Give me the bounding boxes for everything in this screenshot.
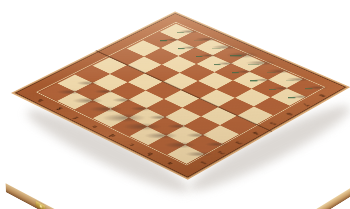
board-top-face: abcdefgh12345678♜♞♝♛♚♝♞♜♟♟♟♟♟♟♟♟♟♟♟♟♟♟♟♟…: [11, 11, 350, 179]
brass-hinge: [36, 201, 46, 209]
finial-dark-red: [246, 17, 250, 22]
chess-set-photo: abcdefgh12345678♜♞♝♛♚♝♞♜♟♟♟♟♟♟♟♟♟♟♟♟♟♟♟♟…: [0, 0, 350, 209]
finial-dark-red: [228, 5, 232, 10]
finial-natural: [108, 51, 113, 57]
hinge-pin: [39, 204, 41, 208]
dark-rook-glyph: ♜: [166, 111, 206, 156]
scene: abcdefgh12345678♜♞♝♛♚♝♞♜♟♟♟♟♟♟♟♟♟♟♟♟♟♟♟♟…: [0, 0, 350, 209]
light-pawn-glyph: ♟: [275, 67, 302, 97]
board-rim-right: [196, 176, 350, 209]
board-rim-left: [6, 183, 196, 209]
finial-natural: [127, 66, 132, 72]
